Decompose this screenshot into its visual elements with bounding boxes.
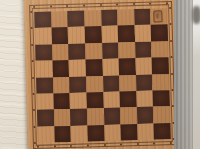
- board-square[interactable]: [136, 74, 153, 91]
- board-square[interactable]: [137, 123, 154, 140]
- alignment-dot: [34, 142, 36, 144]
- board-square[interactable]: [53, 76, 70, 93]
- alignment-dot: [33, 126, 35, 128]
- alignment-dot: [37, 146, 39, 148]
- board-square[interactable]: [135, 58, 152, 75]
- board-square[interactable]: [101, 26, 118, 43]
- board-grid: [34, 8, 171, 143]
- board-square[interactable]: [134, 25, 151, 42]
- board-square[interactable]: [35, 28, 52, 45]
- alignment-dot: [32, 93, 34, 95]
- board-square[interactable]: [86, 75, 103, 92]
- board-square[interactable]: [87, 108, 104, 125]
- maker-stamp-icon: [153, 10, 162, 22]
- board-square[interactable]: [69, 76, 86, 93]
- alignment-dot: [103, 144, 105, 146]
- board-square[interactable]: [134, 9, 151, 26]
- board-square[interactable]: [37, 110, 54, 127]
- board-square[interactable]: [104, 124, 121, 141]
- board-square[interactable]: [118, 42, 135, 59]
- board-square[interactable]: [153, 90, 170, 107]
- board-square[interactable]: [54, 109, 71, 126]
- board-square[interactable]: [34, 11, 51, 28]
- board-square[interactable]: [36, 61, 53, 78]
- alignment-dot: [170, 142, 172, 144]
- board-square[interactable]: [51, 27, 68, 44]
- shadow-smudge: [192, 6, 200, 24]
- board-square[interactable]: [71, 125, 88, 142]
- board-square[interactable]: [152, 57, 169, 74]
- board-square[interactable]: [51, 11, 68, 28]
- board-square[interactable]: [87, 125, 104, 142]
- board-square[interactable]: [70, 109, 87, 126]
- board-square[interactable]: [118, 25, 135, 42]
- board-square[interactable]: [36, 93, 53, 110]
- board-square[interactable]: [151, 41, 168, 58]
- photo-scene: [0, 0, 200, 149]
- alignment-dot: [171, 73, 173, 75]
- board-square[interactable]: [101, 10, 118, 27]
- board-square[interactable]: [37, 126, 54, 143]
- board-square[interactable]: [102, 42, 119, 59]
- board-square[interactable]: [154, 123, 171, 140]
- board-square[interactable]: [103, 75, 120, 92]
- board-square[interactable]: [102, 59, 119, 76]
- alignment-dot: [170, 40, 172, 42]
- alignment-dot: [33, 6, 35, 8]
- board-square[interactable]: [85, 59, 102, 76]
- board-square[interactable]: [84, 10, 101, 27]
- alignment-dot: [100, 4, 102, 6]
- board-square[interactable]: [85, 43, 102, 60]
- board-square[interactable]: [120, 107, 137, 124]
- board-square[interactable]: [103, 108, 120, 125]
- board-square[interactable]: [85, 26, 102, 43]
- board-square[interactable]: [68, 43, 85, 60]
- board-square[interactable]: [36, 77, 53, 94]
- alignment-dot: [169, 7, 171, 9]
- alignment-dot: [32, 76, 34, 78]
- board-square[interactable]: [86, 92, 103, 109]
- board-square[interactable]: [121, 124, 138, 141]
- board-square[interactable]: [70, 92, 87, 109]
- alignment-dot: [137, 143, 139, 145]
- board-square[interactable]: [35, 44, 52, 61]
- alignment-dot: [54, 145, 56, 147]
- chess-board: [24, 0, 181, 149]
- table-edge-strip: [174, 0, 194, 149]
- board-square[interactable]: [54, 126, 71, 143]
- board-square[interactable]: [136, 90, 153, 107]
- alignment-dot: [87, 144, 89, 146]
- board-square[interactable]: [152, 74, 169, 91]
- board-square[interactable]: [67, 10, 84, 27]
- alignment-dot: [31, 44, 33, 46]
- board-square[interactable]: [151, 25, 168, 42]
- alignment-dot: [83, 4, 85, 6]
- alignment-dot: [166, 2, 168, 4]
- alignment-dot: [30, 11, 32, 13]
- board-square[interactable]: [69, 60, 86, 77]
- board-square[interactable]: [52, 60, 69, 77]
- alignment-dot: [50, 5, 52, 7]
- board-square[interactable]: [103, 91, 120, 108]
- board-square[interactable]: [53, 93, 70, 110]
- board-square[interactable]: [119, 75, 136, 92]
- alignment-dot: [133, 3, 135, 5]
- board-square[interactable]: [137, 107, 154, 124]
- board-square[interactable]: [117, 9, 134, 26]
- board-square[interactable]: [153, 106, 170, 123]
- board-square[interactable]: [68, 27, 85, 44]
- board-square[interactable]: [119, 58, 136, 75]
- board-square[interactable]: [52, 44, 69, 61]
- board-square[interactable]: [135, 41, 152, 58]
- board-square[interactable]: [120, 91, 137, 108]
